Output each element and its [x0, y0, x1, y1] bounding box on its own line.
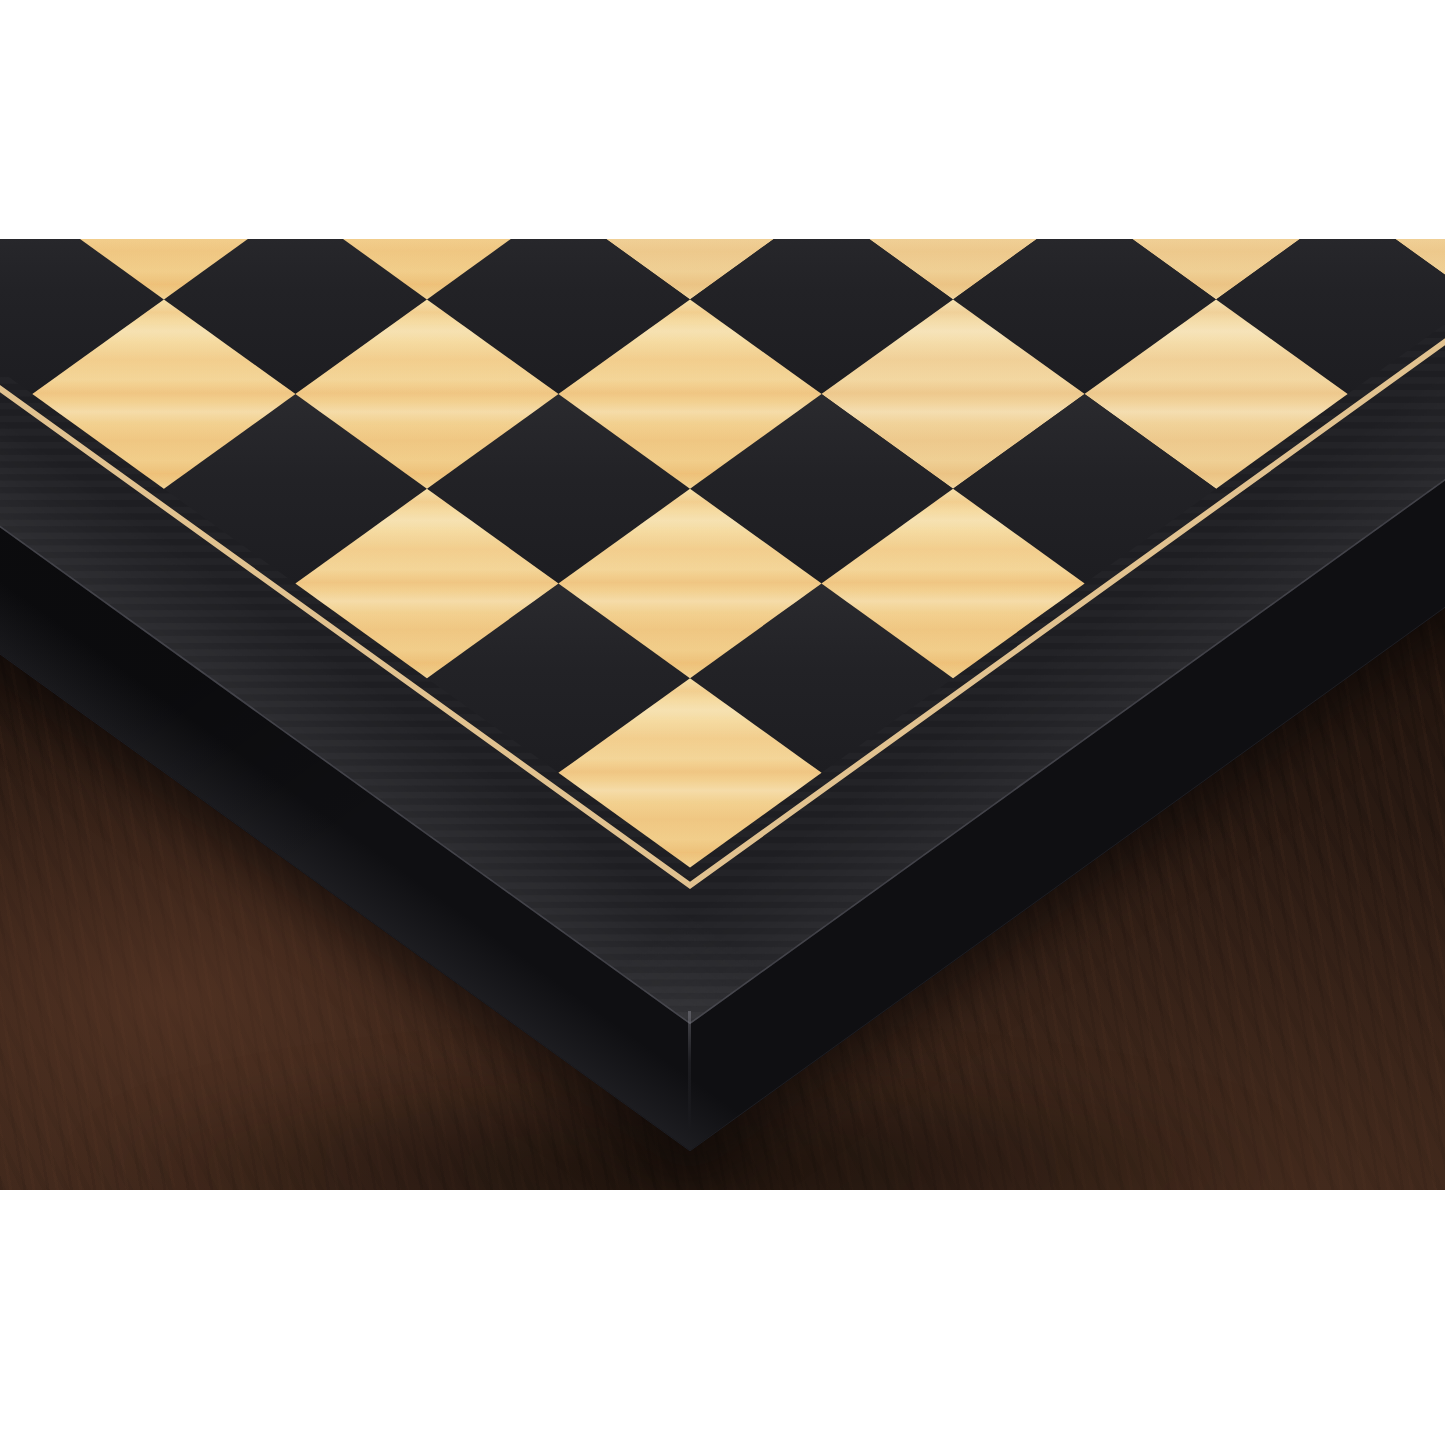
board-corner-edge [688, 1011, 691, 1137]
white-margin-top [0, 0, 1445, 239]
chessboard-photo [0, 239, 1445, 1190]
product-photo-page [0, 0, 1445, 1445]
white-margin-bottom [0, 1190, 1445, 1445]
